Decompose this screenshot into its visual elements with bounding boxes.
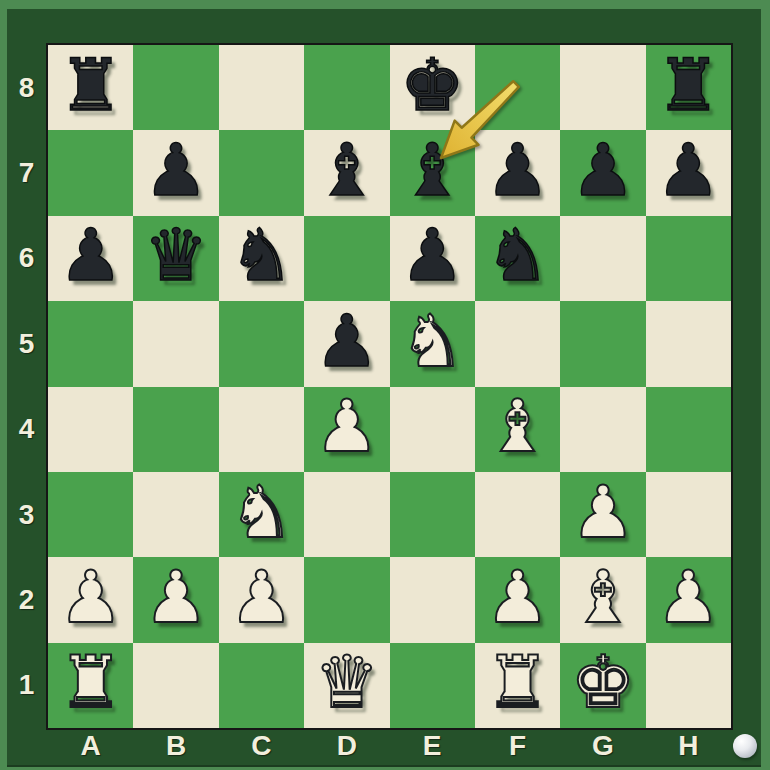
rank-label-8: 8 (7, 45, 46, 130)
chessboard-window: 87654321 ABCDEFGH ♜♚♜♟♝♝♟♟♟♟♛♞♟♞♟♞♟♝♞♟♟♟… (0, 0, 770, 770)
piece-white-queen-d1[interactable]: ♛ (315, 646, 380, 718)
square-g6[interactable] (560, 216, 645, 301)
square-g2[interactable]: ♝ (560, 557, 645, 642)
rank-label-2: 2 (7, 557, 46, 642)
square-c6[interactable]: ♞ (219, 216, 304, 301)
square-e6[interactable]: ♟ (390, 216, 475, 301)
piece-white-rook-f1[interactable]: ♜ (485, 646, 550, 718)
square-h7[interactable]: ♟ (646, 130, 731, 215)
piece-white-bishop-g2[interactable]: ♝ (571, 561, 636, 633)
square-f5[interactable] (475, 301, 560, 386)
piece-black-pawn-b7[interactable]: ♟ (144, 134, 209, 206)
square-c8[interactable] (219, 45, 304, 130)
piece-black-queen-b6[interactable]: ♛ (144, 219, 209, 291)
piece-black-rook-a8[interactable]: ♜ (58, 49, 123, 121)
piece-black-knight-f6[interactable]: ♞ (485, 219, 550, 291)
square-h5[interactable] (646, 301, 731, 386)
piece-white-pawn-f2[interactable]: ♟ (485, 561, 550, 633)
square-g1[interactable]: ♚ (560, 643, 645, 728)
piece-white-knight-c3[interactable]: ♞ (229, 476, 294, 548)
rank-label-5: 5 (7, 301, 46, 386)
square-e3[interactable] (390, 472, 475, 557)
piece-white-rook-a1[interactable]: ♜ (58, 646, 123, 718)
square-d1[interactable]: ♛ (304, 643, 389, 728)
square-a8[interactable]: ♜ (48, 45, 133, 130)
square-b8[interactable] (133, 45, 218, 130)
square-f1[interactable]: ♜ (475, 643, 560, 728)
square-e4[interactable] (390, 387, 475, 472)
square-g4[interactable] (560, 387, 645, 472)
rank-label-1: 1 (7, 643, 46, 728)
piece-black-bishop-e7[interactable]: ♝ (400, 134, 465, 206)
square-b5[interactable] (133, 301, 218, 386)
square-c1[interactable] (219, 643, 304, 728)
file-label-d: D (304, 728, 389, 764)
piece-white-king-g1[interactable]: ♚ (571, 646, 636, 718)
square-c5[interactable] (219, 301, 304, 386)
square-b1[interactable] (133, 643, 218, 728)
square-a3[interactable] (48, 472, 133, 557)
file-label-h: H (646, 728, 731, 764)
square-a5[interactable] (48, 301, 133, 386)
square-d6[interactable] (304, 216, 389, 301)
square-h4[interactable] (646, 387, 731, 472)
square-b4[interactable] (133, 387, 218, 472)
square-c7[interactable] (219, 130, 304, 215)
square-b7[interactable]: ♟ (133, 130, 218, 215)
piece-black-pawn-d5[interactable]: ♟ (315, 305, 380, 377)
square-d3[interactable] (304, 472, 389, 557)
chess-board[interactable]: ♜♚♜♟♝♝♟♟♟♟♛♞♟♞♟♞♟♝♞♟♟♟♟♟♝♟♜♛♜♚ (46, 43, 733, 730)
square-d8[interactable] (304, 45, 389, 130)
file-label-b: B (133, 728, 218, 764)
file-label-c: C (219, 728, 304, 764)
white-to-move-indicator (733, 734, 757, 758)
file-labels: ABCDEFGH (48, 728, 731, 764)
square-a2[interactable]: ♟ (48, 557, 133, 642)
file-label-f: F (475, 728, 560, 764)
piece-black-pawn-f7[interactable]: ♟ (485, 134, 550, 206)
rank-labels: 87654321 (7, 45, 46, 728)
square-h3[interactable] (646, 472, 731, 557)
piece-white-bishop-f4[interactable]: ♝ (485, 390, 550, 462)
square-f7[interactable]: ♟ (475, 130, 560, 215)
piece-white-pawn-g3[interactable]: ♟ (571, 476, 636, 548)
rank-label-3: 3 (7, 472, 46, 557)
square-g3[interactable]: ♟ (560, 472, 645, 557)
file-label-g: G (560, 728, 645, 764)
piece-black-bishop-d7[interactable]: ♝ (315, 134, 380, 206)
square-e7[interactable]: ♝ (390, 130, 475, 215)
file-label-e: E (390, 728, 475, 764)
square-a7[interactable] (48, 130, 133, 215)
square-h1[interactable] (646, 643, 731, 728)
piece-white-pawn-d4[interactable]: ♟ (315, 390, 380, 462)
square-a6[interactable]: ♟ (48, 216, 133, 301)
rank-label-7: 7 (7, 130, 46, 215)
square-c4[interactable] (219, 387, 304, 472)
piece-black-pawn-g7[interactable]: ♟ (571, 134, 636, 206)
piece-black-rook-h8[interactable]: ♜ (656, 49, 721, 121)
square-f2[interactable]: ♟ (475, 557, 560, 642)
square-c3[interactable]: ♞ (219, 472, 304, 557)
piece-black-pawn-h7[interactable]: ♟ (656, 134, 721, 206)
square-h6[interactable] (646, 216, 731, 301)
square-b2[interactable]: ♟ (133, 557, 218, 642)
square-e8[interactable]: ♚ (390, 45, 475, 130)
piece-black-knight-c6[interactable]: ♞ (229, 219, 294, 291)
piece-white-pawn-h2[interactable]: ♟ (656, 561, 721, 633)
square-f3[interactable] (475, 472, 560, 557)
square-e2[interactable] (390, 557, 475, 642)
square-g7[interactable]: ♟ (560, 130, 645, 215)
rank-label-6: 6 (7, 216, 46, 301)
square-h2[interactable]: ♟ (646, 557, 731, 642)
piece-black-pawn-e6[interactable]: ♟ (400, 219, 465, 291)
square-d4[interactable]: ♟ (304, 387, 389, 472)
square-f8[interactable] (475, 45, 560, 130)
square-e1[interactable] (390, 643, 475, 728)
piece-black-pawn-a6[interactable]: ♟ (58, 219, 123, 291)
piece-white-knight-e5[interactable]: ♞ (400, 305, 465, 377)
square-a1[interactable]: ♜ (48, 643, 133, 728)
square-g5[interactable] (560, 301, 645, 386)
file-label-a: A (48, 728, 133, 764)
piece-white-pawn-a2[interactable]: ♟ (58, 561, 123, 633)
square-b3[interactable] (133, 472, 218, 557)
piece-white-pawn-c2[interactable]: ♟ (229, 561, 294, 633)
piece-white-pawn-b2[interactable]: ♟ (144, 561, 209, 633)
square-f6[interactable]: ♞ (475, 216, 560, 301)
square-h8[interactable]: ♜ (646, 45, 731, 130)
rank-label-4: 4 (7, 387, 46, 472)
square-d7[interactable]: ♝ (304, 130, 389, 215)
square-d5[interactable]: ♟ (304, 301, 389, 386)
square-a4[interactable] (48, 387, 133, 472)
square-g8[interactable] (560, 45, 645, 130)
piece-black-king-e8[interactable]: ♚ (400, 49, 465, 121)
square-b6[interactable]: ♛ (133, 216, 218, 301)
square-f4[interactable]: ♝ (475, 387, 560, 472)
square-c2[interactable]: ♟ (219, 557, 304, 642)
square-e5[interactable]: ♞ (390, 301, 475, 386)
square-d2[interactable] (304, 557, 389, 642)
